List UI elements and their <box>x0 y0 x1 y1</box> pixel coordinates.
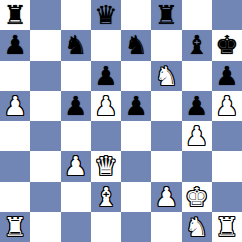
square-h4[interactable] <box>212 121 242 151</box>
square-b3[interactable] <box>30 151 60 181</box>
square-a3[interactable] <box>0 151 30 181</box>
square-a7[interactable]: ♟ <box>0 30 30 60</box>
chess-board-container: ♜♛♜♟♞♞♝♚♟♞♟♟♟♟♟♟♟♟♟♛♝♟♚♜♞♜ <box>0 0 242 242</box>
square-g8[interactable] <box>182 0 212 30</box>
square-d8[interactable]: ♛ <box>91 0 121 30</box>
square-e8[interactable] <box>121 0 151 30</box>
square-b4[interactable] <box>30 121 60 151</box>
square-h6[interactable]: ♟ <box>212 61 242 91</box>
square-c3[interactable]: ♟ <box>61 151 91 181</box>
square-d6[interactable]: ♟ <box>91 61 121 91</box>
piece-white-rook[interactable]: ♜ <box>3 212 26 242</box>
square-g3[interactable] <box>182 151 212 181</box>
square-d3[interactable]: ♛ <box>91 151 121 181</box>
square-g7[interactable]: ♝ <box>182 30 212 60</box>
piece-white-king[interactable]: ♚ <box>185 182 208 212</box>
square-h5[interactable]: ♟ <box>212 91 242 121</box>
square-h8[interactable] <box>212 0 242 30</box>
piece-white-rook[interactable]: ♜ <box>215 212 238 242</box>
square-d7[interactable] <box>91 30 121 60</box>
square-c5[interactable]: ♟ <box>61 91 91 121</box>
square-b7[interactable] <box>30 30 60 60</box>
square-e2[interactable] <box>121 182 151 212</box>
square-c2[interactable] <box>61 182 91 212</box>
piece-black-knight[interactable]: ♞ <box>64 30 87 60</box>
square-a5[interactable]: ♟ <box>0 91 30 121</box>
piece-black-knight[interactable]: ♞ <box>124 30 147 60</box>
square-a1[interactable]: ♜ <box>0 212 30 242</box>
piece-white-pawn[interactable]: ♟ <box>64 151 87 181</box>
square-c8[interactable] <box>61 0 91 30</box>
piece-white-bishop[interactable]: ♝ <box>94 182 117 212</box>
square-f8[interactable]: ♜ <box>151 0 181 30</box>
square-e1[interactable] <box>121 212 151 242</box>
square-d5[interactable]: ♟ <box>91 91 121 121</box>
piece-black-queen[interactable]: ♛ <box>94 0 117 30</box>
square-f2[interactable]: ♟ <box>151 182 181 212</box>
piece-black-rook[interactable]: ♜ <box>155 0 178 30</box>
piece-white-knight[interactable]: ♞ <box>185 212 208 242</box>
square-e4[interactable] <box>121 121 151 151</box>
piece-black-rook[interactable]: ♜ <box>3 0 26 30</box>
square-a6[interactable] <box>0 61 30 91</box>
square-c4[interactable] <box>61 121 91 151</box>
piece-black-pawn[interactable]: ♟ <box>3 30 26 60</box>
square-f1[interactable] <box>151 212 181 242</box>
piece-white-pawn[interactable]: ♟ <box>94 91 117 121</box>
square-e3[interactable] <box>121 151 151 181</box>
square-c1[interactable] <box>61 212 91 242</box>
piece-white-knight[interactable]: ♞ <box>155 61 178 91</box>
piece-white-pawn[interactable]: ♟ <box>185 121 208 151</box>
square-f5[interactable] <box>151 91 181 121</box>
piece-black-pawn[interactable]: ♟ <box>215 61 238 91</box>
square-e6[interactable] <box>121 61 151 91</box>
square-b5[interactable] <box>30 91 60 121</box>
piece-white-pawn[interactable]: ♟ <box>155 182 178 212</box>
chess-board: ♜♛♜♟♞♞♝♚♟♞♟♟♟♟♟♟♟♟♟♛♝♟♚♜♞♜ <box>0 0 242 242</box>
square-e7[interactable]: ♞ <box>121 30 151 60</box>
square-e5[interactable]: ♟ <box>121 91 151 121</box>
square-b1[interactable] <box>30 212 60 242</box>
square-f4[interactable] <box>151 121 181 151</box>
square-d1[interactable] <box>91 212 121 242</box>
square-g4[interactable]: ♟ <box>182 121 212 151</box>
square-h7[interactable]: ♚ <box>212 30 242 60</box>
square-g6[interactable] <box>182 61 212 91</box>
square-g1[interactable]: ♞ <box>182 212 212 242</box>
square-d4[interactable] <box>91 121 121 151</box>
square-h2[interactable] <box>212 182 242 212</box>
piece-black-pawn[interactable]: ♟ <box>64 91 87 121</box>
square-b8[interactable] <box>30 0 60 30</box>
square-f6[interactable]: ♞ <box>151 61 181 91</box>
square-c7[interactable]: ♞ <box>61 30 91 60</box>
piece-white-pawn[interactable]: ♟ <box>3 91 26 121</box>
square-b6[interactable] <box>30 61 60 91</box>
square-h1[interactable]: ♜ <box>212 212 242 242</box>
piece-black-pawn[interactable]: ♟ <box>185 91 208 121</box>
square-f3[interactable] <box>151 151 181 181</box>
square-h3[interactable] <box>212 151 242 181</box>
square-a8[interactable]: ♜ <box>0 0 30 30</box>
piece-white-pawn[interactable]: ♟ <box>215 91 238 121</box>
square-g2[interactable]: ♚ <box>182 182 212 212</box>
square-b2[interactable] <box>30 182 60 212</box>
piece-black-king[interactable]: ♚ <box>215 30 238 60</box>
piece-black-pawn[interactable]: ♟ <box>94 61 117 91</box>
square-a2[interactable] <box>0 182 30 212</box>
piece-white-queen[interactable]: ♛ <box>94 151 117 181</box>
square-a4[interactable] <box>0 121 30 151</box>
piece-black-bishop[interactable]: ♝ <box>185 30 208 60</box>
square-c6[interactable] <box>61 61 91 91</box>
square-g5[interactable]: ♟ <box>182 91 212 121</box>
square-f7[interactable] <box>151 30 181 60</box>
square-d2[interactable]: ♝ <box>91 182 121 212</box>
piece-black-pawn[interactable]: ♟ <box>124 91 147 121</box>
